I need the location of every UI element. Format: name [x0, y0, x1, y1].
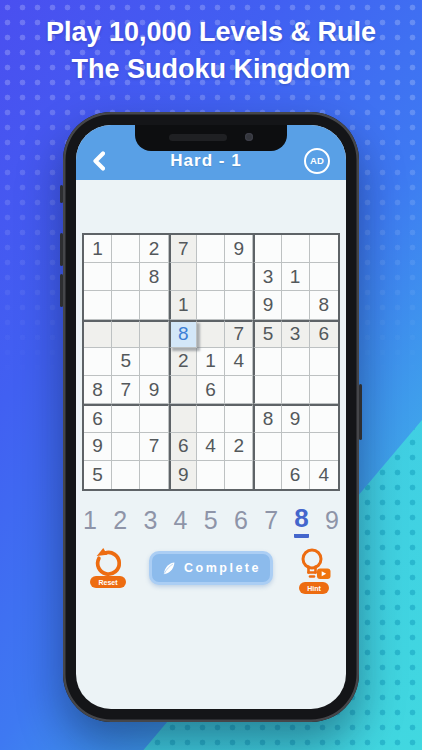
cell-r7c8[interactable]: 9: [282, 404, 310, 432]
cell-r3c6[interactable]: [225, 291, 253, 319]
cell-r6c3[interactable]: 9: [140, 376, 168, 404]
cell-r6c2[interactable]: 7: [112, 376, 140, 404]
hint-control[interactable]: Hint: [291, 547, 337, 594]
volume-down-button: [60, 274, 63, 307]
cell-r6c4[interactable]: [169, 376, 197, 404]
cell-r6c6[interactable]: [225, 376, 253, 404]
cell-r1c3[interactable]: 2: [140, 235, 168, 263]
cell-r8c3[interactable]: 7: [140, 433, 168, 461]
level-title: Hard - 1: [170, 151, 241, 171]
pad-digit-8[interactable]: 8: [294, 505, 308, 538]
cell-r2c9[interactable]: [310, 263, 338, 291]
cell-r2c2[interactable]: [112, 263, 140, 291]
cell-r4c5[interactable]: [197, 320, 225, 348]
cell-r5c9[interactable]: [310, 348, 338, 376]
cell-r4c3[interactable]: [140, 320, 168, 348]
cell-r9c2[interactable]: [112, 461, 140, 489]
promo-screenshot: Play 10,000 Levels & Rule The Sudoku Kin…: [0, 0, 422, 750]
cell-r8c1[interactable]: 9: [84, 433, 112, 461]
cell-r8c9[interactable]: [310, 433, 338, 461]
pad-digit-5[interactable]: 5: [204, 508, 218, 538]
cell-r6c1[interactable]: 8: [84, 376, 112, 404]
cell-r4c8[interactable]: 3: [282, 320, 310, 348]
cell-r7c2[interactable]: [112, 404, 140, 432]
cell-r1c2[interactable]: [112, 235, 140, 263]
sudoku-grid: 12798311988753652148796689976425964: [82, 233, 340, 491]
phone-mockup: Hard - 1 AD 1279831198875365214879668997…: [63, 112, 359, 722]
cell-r5c5[interactable]: 1: [197, 348, 225, 376]
cell-r2c3[interactable]: 8: [140, 263, 168, 291]
cell-r9c6[interactable]: [225, 461, 253, 489]
cell-r5c3[interactable]: [140, 348, 168, 376]
cell-r2c6[interactable]: [225, 263, 253, 291]
feather-pen-icon: [161, 561, 176, 576]
cell-r2c4[interactable]: [169, 263, 197, 291]
cell-r7c9[interactable]: [310, 404, 338, 432]
cell-r7c4[interactable]: [169, 404, 197, 432]
reset-control[interactable]: Reset: [85, 547, 131, 588]
cell-r1c5[interactable]: [197, 235, 225, 263]
cell-r9c3[interactable]: [140, 461, 168, 489]
cell-r6c7[interactable]: [253, 376, 281, 404]
power-button: [359, 384, 362, 440]
cell-r3c4[interactable]: 1: [169, 291, 197, 319]
cell-r1c9[interactable]: [310, 235, 338, 263]
cell-r3c9[interactable]: 8: [310, 291, 338, 319]
pad-digit-9[interactable]: 9: [325, 508, 339, 538]
cell-r1c7[interactable]: [253, 235, 281, 263]
pad-digit-6[interactable]: 6: [234, 508, 248, 538]
cell-r9c9[interactable]: 4: [310, 461, 338, 489]
cell-r8c8[interactable]: [282, 433, 310, 461]
cell-r6c9[interactable]: [310, 376, 338, 404]
cell-r3c5[interactable]: [197, 291, 225, 319]
volume-up-button: [60, 233, 63, 266]
cell-r5c1[interactable]: [84, 348, 112, 376]
cell-r5c8[interactable]: [282, 348, 310, 376]
cell-r2c5[interactable]: [197, 263, 225, 291]
cell-r9c4[interactable]: 9: [169, 461, 197, 489]
cell-r2c8[interactable]: 1: [282, 263, 310, 291]
complete-button[interactable]: Complete: [149, 551, 273, 585]
cell-r6c5[interactable]: 6: [197, 376, 225, 404]
cell-r7c6[interactable]: [225, 404, 253, 432]
cell-r5c4[interactable]: 2: [169, 348, 197, 376]
cell-r1c4[interactable]: 7: [169, 235, 197, 263]
reset-label: Reset: [90, 576, 125, 588]
banner-line-1: Play 10,000 Levels & Rule: [0, 14, 422, 51]
cell-r8c7[interactable]: [253, 433, 281, 461]
ad-button[interactable]: AD: [304, 148, 330, 174]
ad-label: AD: [310, 155, 324, 166]
cell-r3c7[interactable]: 9: [253, 291, 281, 319]
cell-r6c8[interactable]: [282, 376, 310, 404]
cell-r9c1[interactable]: 5: [84, 461, 112, 489]
back-button[interactable]: [92, 151, 108, 171]
cell-r4c4[interactable]: 8: [169, 320, 197, 348]
cell-r9c8[interactable]: 6: [282, 461, 310, 489]
pad-digit-3[interactable]: 3: [143, 508, 157, 538]
speaker-slot: [169, 134, 227, 141]
mute-switch: [60, 185, 63, 203]
cell-r4c2[interactable]: [112, 320, 140, 348]
cell-r5c6[interactable]: 4: [225, 348, 253, 376]
phone-notch: [135, 125, 287, 151]
pad-digit-4[interactable]: 4: [174, 508, 188, 538]
cell-r4c1[interactable]: [84, 320, 112, 348]
cell-r7c7[interactable]: 8: [253, 404, 281, 432]
cell-r3c2[interactable]: [112, 291, 140, 319]
reset-icon: [92, 547, 124, 579]
cell-r8c2[interactable]: [112, 433, 140, 461]
pad-digit-1[interactable]: 1: [83, 508, 97, 538]
cell-r4c7[interactable]: 5: [253, 320, 281, 348]
cell-r5c2[interactable]: 5: [112, 348, 140, 376]
cell-r3c1[interactable]: [84, 291, 112, 319]
pad-digit-2[interactable]: 2: [113, 508, 127, 538]
cell-r2c1[interactable]: [84, 263, 112, 291]
cell-r3c8[interactable]: [282, 291, 310, 319]
cell-r8c4[interactable]: 6: [169, 433, 197, 461]
control-bar: Reset Complete: [85, 547, 337, 594]
banner-text: Play 10,000 Levels & Rule The Sudoku Kin…: [0, 14, 422, 88]
cell-r4c9[interactable]: 6: [310, 320, 338, 348]
number-pad: 123456789: [83, 505, 339, 538]
cell-r8c6[interactable]: 2: [225, 433, 253, 461]
chevron-left-icon: [92, 151, 105, 171]
cell-r9c7[interactable]: [253, 461, 281, 489]
cell-r9c5[interactable]: [197, 461, 225, 489]
cell-r7c3[interactable]: [140, 404, 168, 432]
banner-line-2: The Sudoku Kingdom: [0, 51, 422, 88]
cell-r1c6[interactable]: 9: [225, 235, 253, 263]
cell-r5c7[interactable]: [253, 348, 281, 376]
cell-r2c7[interactable]: 3: [253, 263, 281, 291]
app-screen: Hard - 1 AD 1279831198875365214879668997…: [76, 125, 346, 709]
cell-r3c3[interactable]: [140, 291, 168, 319]
game-area: 12798311988753652148796689976425964 1234…: [76, 180, 346, 709]
cell-r7c1[interactable]: 6: [84, 404, 112, 432]
camera-dot: [245, 133, 253, 141]
cell-r1c1[interactable]: 1: [84, 235, 112, 263]
cell-r7c5[interactable]: [197, 404, 225, 432]
complete-label: Complete: [184, 561, 261, 575]
hint-lightbulb-icon: [297, 547, 331, 585]
cell-r4c6[interactable]: 7: [225, 320, 253, 348]
cell-r1c8[interactable]: [282, 235, 310, 263]
cell-r8c5[interactable]: 4: [197, 433, 225, 461]
pad-digit-7[interactable]: 7: [264, 508, 278, 538]
